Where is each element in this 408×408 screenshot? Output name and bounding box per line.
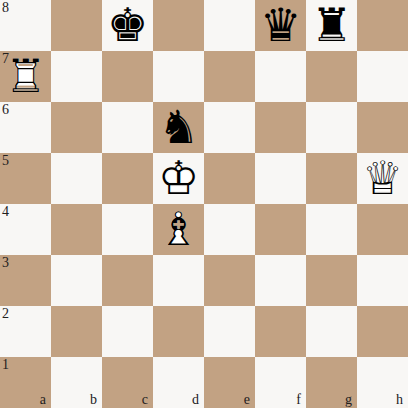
square-f8[interactable]: ♛ <box>255 0 306 51</box>
square-h7[interactable] <box>357 51 408 102</box>
square-h8[interactable] <box>357 0 408 51</box>
white-bishop-d4[interactable]: ♝♗ <box>153 204 204 255</box>
square-h3[interactable] <box>357 255 408 306</box>
square-b2[interactable] <box>51 306 102 357</box>
square-c8[interactable]: ♚ <box>102 0 153 51</box>
square-e5[interactable] <box>204 153 255 204</box>
square-c5[interactable] <box>102 153 153 204</box>
square-b3[interactable] <box>51 255 102 306</box>
square-d3[interactable] <box>153 255 204 306</box>
square-e8[interactable] <box>204 0 255 51</box>
square-h1[interactable] <box>357 357 408 408</box>
piece-solid-layer: ♛ <box>255 0 306 51</box>
square-a5[interactable] <box>0 153 51 204</box>
chess-board: ♚♛♜♜♖♞♚♔♛♕♝♗ 87654321abcdefgh <box>0 0 408 408</box>
square-h4[interactable] <box>357 204 408 255</box>
square-d6[interactable]: ♞ <box>153 102 204 153</box>
square-c1[interactable] <box>102 357 153 408</box>
square-f1[interactable] <box>255 357 306 408</box>
black-king-c8[interactable]: ♚ <box>102 0 153 51</box>
square-f3[interactable] <box>255 255 306 306</box>
square-g6[interactable] <box>306 102 357 153</box>
square-g5[interactable] <box>306 153 357 204</box>
square-d5[interactable]: ♚♔ <box>153 153 204 204</box>
square-h5[interactable]: ♛♕ <box>357 153 408 204</box>
square-g3[interactable] <box>306 255 357 306</box>
piece-solid-layer: ♞ <box>153 102 204 153</box>
square-d4[interactable]: ♝♗ <box>153 204 204 255</box>
square-b4[interactable] <box>51 204 102 255</box>
piece-outline-layer: ♗ <box>153 204 204 255</box>
chess-board-grid: ♚♛♜♜♖♞♚♔♛♕♝♗ <box>0 0 408 408</box>
square-d8[interactable] <box>153 0 204 51</box>
black-queen-f8[interactable]: ♛ <box>255 0 306 51</box>
square-a2[interactable] <box>0 306 51 357</box>
square-a7[interactable]: ♜♖ <box>0 51 51 102</box>
square-e1[interactable] <box>204 357 255 408</box>
square-a6[interactable] <box>0 102 51 153</box>
square-c7[interactable] <box>102 51 153 102</box>
square-e7[interactable] <box>204 51 255 102</box>
square-a3[interactable] <box>0 255 51 306</box>
square-g7[interactable] <box>306 51 357 102</box>
square-e6[interactable] <box>204 102 255 153</box>
piece-outline-layer: ♔ <box>153 153 204 204</box>
square-b7[interactable] <box>51 51 102 102</box>
square-a4[interactable] <box>0 204 51 255</box>
white-rook-a7[interactable]: ♜♖ <box>0 51 51 102</box>
square-b8[interactable] <box>51 0 102 51</box>
square-h2[interactable] <box>357 306 408 357</box>
square-e2[interactable] <box>204 306 255 357</box>
piece-outline-layer: ♖ <box>0 51 51 102</box>
piece-solid-layer: ♜ <box>306 0 357 51</box>
square-f2[interactable] <box>255 306 306 357</box>
square-f5[interactable] <box>255 153 306 204</box>
square-f4[interactable] <box>255 204 306 255</box>
square-d2[interactable] <box>153 306 204 357</box>
square-c4[interactable] <box>102 204 153 255</box>
square-g8[interactable]: ♜ <box>306 0 357 51</box>
square-a8[interactable] <box>0 0 51 51</box>
square-h6[interactable] <box>357 102 408 153</box>
square-b6[interactable] <box>51 102 102 153</box>
square-f6[interactable] <box>255 102 306 153</box>
white-queen-h5[interactable]: ♛♕ <box>357 153 408 204</box>
square-g2[interactable] <box>306 306 357 357</box>
square-b1[interactable] <box>51 357 102 408</box>
square-e3[interactable] <box>204 255 255 306</box>
square-a1[interactable] <box>0 357 51 408</box>
piece-outline-layer: ♕ <box>357 153 408 204</box>
white-king-d5[interactable]: ♚♔ <box>153 153 204 204</box>
square-c3[interactable] <box>102 255 153 306</box>
square-b5[interactable] <box>51 153 102 204</box>
square-c6[interactable] <box>102 102 153 153</box>
square-d7[interactable] <box>153 51 204 102</box>
square-d1[interactable] <box>153 357 204 408</box>
square-f7[interactable] <box>255 51 306 102</box>
black-rook-g8[interactable]: ♜ <box>306 0 357 51</box>
square-c2[interactable] <box>102 306 153 357</box>
square-g1[interactable] <box>306 357 357 408</box>
black-knight-d6[interactable]: ♞ <box>153 102 204 153</box>
piece-solid-layer: ♚ <box>102 0 153 51</box>
square-e4[interactable] <box>204 204 255 255</box>
square-g4[interactable] <box>306 204 357 255</box>
